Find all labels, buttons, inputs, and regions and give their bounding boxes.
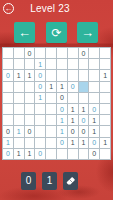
grid-cell-r9c9[interactable]: 0 (89, 138, 99, 148)
eraser-icon (66, 176, 76, 186)
grid-cell-r6c2[interactable] (14, 104, 24, 114)
grid-cell-r6c9[interactable]: 0 (89, 104, 99, 114)
grid-cell-r8c8[interactable]: 0 (79, 126, 89, 136)
grid-cell-r8c9[interactable]: 1 (89, 126, 99, 136)
grid-cell-r7c1[interactable] (3, 115, 13, 125)
grid-cell-r3c10[interactable]: 1 (100, 70, 110, 80)
grid-cell-r1c7[interactable] (68, 48, 78, 58)
grid-cell-r5c6[interactable]: 0 (57, 93, 67, 103)
right-arrow-icon: → (81, 26, 94, 39)
grid-cell-r9c1[interactable]: 1 (3, 138, 13, 148)
grid-cell-r7c6[interactable]: 1 (57, 115, 67, 125)
grid-cell-r7c10[interactable] (100, 115, 110, 125)
grid-cell-r3c9[interactable] (89, 70, 99, 80)
grid-cell-r10c6[interactable] (57, 149, 67, 159)
digit-1-button[interactable]: 1 (42, 172, 57, 190)
grid-cell-r5c8[interactable] (79, 93, 89, 103)
app-screen: ← Level 23 ← ⟳ → 00101101011010011011010… (0, 0, 113, 200)
grid-cell-r8c1[interactable]: 0 (3, 126, 13, 136)
grid-cell-r5c3[interactable] (25, 93, 35, 103)
grid-cell-r2c3[interactable] (25, 59, 35, 69)
grid-cell-r4c8[interactable] (79, 82, 89, 92)
header: ← Level 23 (0, 0, 113, 20)
grid-cell-r3c4[interactable]: 0 (35, 70, 45, 80)
grid-cell-r1c4[interactable] (35, 48, 45, 58)
grid-cell-r9c4[interactable] (35, 138, 45, 148)
grid-cell-r9c2[interactable] (14, 138, 24, 148)
grid-cell-r5c9[interactable] (89, 93, 99, 103)
grid-cell-r7c5[interactable] (46, 115, 56, 125)
restart-button[interactable]: ⟳ (46, 22, 67, 43)
grid-cell-r5c4[interactable]: 1 (35, 93, 45, 103)
grid-cell-r4c5[interactable]: 1 (46, 82, 56, 92)
grid-cell-r6c4[interactable] (35, 104, 45, 114)
grid-cell-r8c10[interactable] (100, 126, 110, 136)
grid-cell-r10c3[interactable]: 1 (25, 149, 35, 159)
grid-cell-r4c7[interactable]: 0 (68, 82, 78, 92)
grid-cell-r9c7[interactable]: 1 (68, 138, 78, 148)
left-arrow-icon: ← (18, 26, 31, 39)
grid-cell-r8c5[interactable] (46, 126, 56, 136)
grid-cell-r2c1[interactable] (3, 59, 13, 69)
grid-cell-r2c10[interactable] (100, 59, 110, 69)
grid-cell-r7c2[interactable] (14, 115, 24, 125)
grid-cell-r10c10[interactable] (100, 149, 110, 159)
grid-cell-r5c1[interactable] (3, 93, 13, 103)
grid-cell-r6c5[interactable] (46, 104, 56, 114)
grid-cell-r3c7[interactable] (68, 70, 78, 80)
grid-cell-r9c10[interactable]: 1 (100, 138, 110, 148)
grid-cell-r1c6[interactable] (57, 48, 67, 58)
grid-cell-r4c2[interactable] (14, 82, 24, 92)
grid-cell-r3c1[interactable]: 0 (3, 70, 13, 80)
grid-cell-r10c1[interactable]: 0 (3, 149, 13, 159)
grid-cell-r7c7[interactable]: 1 (68, 115, 78, 125)
grid-cell-r5c2[interactable] (14, 93, 24, 103)
previous-level-button[interactable]: ← (14, 22, 35, 43)
grid-cell-r8c6[interactable]: 1 (57, 126, 67, 136)
grid-cell-r7c3[interactable] (25, 115, 35, 125)
grid-cell-r10c9[interactable]: 0 (89, 149, 99, 159)
digit-0-button[interactable]: 0 (21, 172, 36, 190)
grid-cell-r10c8[interactable] (79, 149, 89, 159)
grid-cell-r6c1[interactable] (3, 104, 13, 114)
grid-cell-r5c10[interactable] (100, 93, 110, 103)
grid-cell-r10c2[interactable]: 1 (14, 149, 24, 159)
level-title: Level 23 (0, 3, 100, 14)
grid-cell-r1c3[interactable]: 0 (25, 48, 35, 58)
grid-cell-r4c6[interactable]: 1 (57, 82, 67, 92)
grid-cell-r10c4[interactable]: 0 (35, 149, 45, 159)
grid-cell-r4c10[interactable] (100, 82, 110, 92)
eraser-button[interactable] (63, 172, 78, 190)
grid-cell-r4c9[interactable] (89, 82, 99, 92)
grid-cell-r2c6[interactable] (57, 59, 67, 69)
grid-cell-r5c7[interactable] (68, 93, 78, 103)
grid-cell-r2c2[interactable] (14, 59, 24, 69)
grid-cell-r6c3[interactable] (25, 104, 35, 114)
grid-cell-r1c2[interactable] (14, 48, 24, 58)
grid-cell-r9c6[interactable]: 0 (57, 138, 67, 148)
grid-cell-r8c7[interactable]: 0 (68, 126, 78, 136)
grid-cell-r10c7[interactable] (68, 149, 78, 159)
next-level-button[interactable]: → (77, 22, 98, 43)
grid-cell-r7c4[interactable] (35, 115, 45, 125)
grid-cell-r9c5[interactable] (46, 138, 56, 148)
grid-cell-r6c10[interactable] (100, 104, 110, 114)
grid-cell-r2c5[interactable] (46, 59, 56, 69)
grid-cell-r3c2[interactable]: 1 (14, 70, 24, 80)
grid-cell-r7c8[interactable]: 0 (79, 115, 89, 125)
grid-cell-r8c4[interactable] (35, 126, 45, 136)
grid-cell-r6c7[interactable]: 1 (68, 104, 78, 114)
grid-cell-r2c4[interactable]: 1 (35, 59, 45, 69)
grid-cell-r2c9[interactable] (89, 59, 99, 69)
grid-cell-r1c1[interactable] (3, 48, 13, 58)
grid-cell-r8c3[interactable]: 0 (25, 126, 35, 136)
grid-cell-r4c4[interactable]: 0 (35, 82, 45, 92)
puzzle-grid: 0010110101101001101101010100110110101100 (2, 47, 111, 160)
grid-cell-r4c1[interactable] (3, 82, 13, 92)
grid-cell-r10c5[interactable] (46, 149, 56, 159)
grid-cell-r1c9[interactable] (89, 48, 99, 58)
grid-cell-r1c10[interactable] (100, 48, 110, 58)
grid-cell-r8c2[interactable]: 1 (14, 126, 24, 136)
grid-cell-r2c8[interactable] (79, 59, 89, 69)
refresh-icon: ⟳ (51, 27, 61, 39)
grid-cell-r6c6[interactable]: 0 (57, 104, 67, 114)
grid-cell-r7c9[interactable]: 1 (89, 115, 99, 125)
grid-cell-r1c8[interactable]: 0 (79, 48, 89, 58)
grid-cell-r9c8[interactable]: 1 (79, 138, 89, 148)
grid-cell-r3c8[interactable] (79, 70, 89, 80)
grid-cell-r5c5[interactable] (46, 93, 56, 103)
grid-cell-r6c8[interactable]: 1 (79, 104, 89, 114)
grid-cell-r3c5[interactable] (46, 70, 56, 80)
grid-cell-r3c3[interactable]: 1 (25, 70, 35, 80)
grid-cell-r1c5[interactable] (46, 48, 56, 58)
grid-cell-r4c3[interactable] (25, 82, 35, 92)
grid-cell-r3c6[interactable] (57, 70, 67, 80)
grid-cell-r2c7[interactable] (68, 59, 78, 69)
grid-cell-r9c3[interactable] (25, 138, 35, 148)
